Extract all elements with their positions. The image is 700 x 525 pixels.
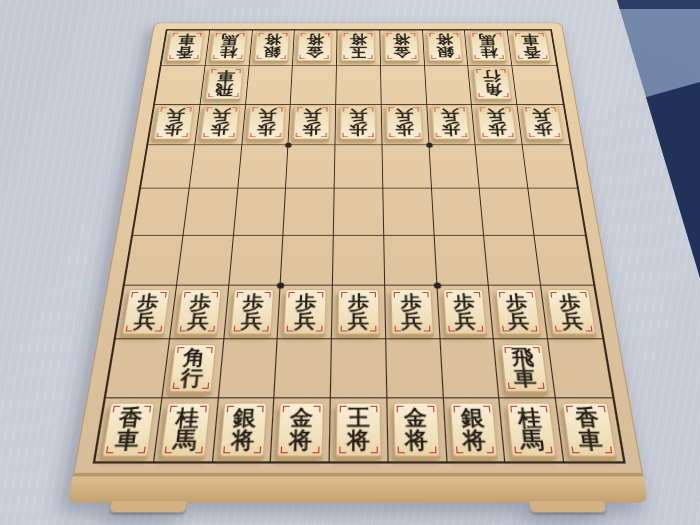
piece-corner-mark (545, 446, 553, 453)
board-face: 香車桂馬銀将金将玉将金将銀将桂馬香車飛車角行歩兵歩兵歩兵歩兵歩兵歩兵歩兵歩兵歩兵… (73, 23, 643, 474)
shogi-piece-sente[interactable]: 歩兵 (338, 289, 380, 334)
piece-corner-mark (472, 33, 478, 37)
piece-corner-mark (235, 69, 241, 73)
piece-kanji: 兵 (532, 108, 553, 122)
piece-corner-mark (316, 326, 323, 332)
piece-kanji: 将 (289, 429, 313, 452)
piece-kanji: 兵 (440, 108, 459, 122)
shogi-piece-gote[interactable]: 歩兵 (477, 105, 516, 139)
board-cell-r9c7[interactable]: 銀将 (444, 398, 506, 461)
piece-kanji: 角 (483, 83, 503, 97)
board-cell-r5c6[interactable] (383, 189, 434, 236)
piece-corner-mark (368, 107, 374, 111)
board-cell-r7c4[interactable]: 歩兵 (278, 286, 333, 340)
piece-kanji: 車 (114, 429, 141, 452)
shogi-piece-gote[interactable]: 銀将 (254, 31, 290, 61)
shogi-piece-gote[interactable]: 桂馬 (470, 31, 507, 61)
piece-corner-mark (498, 292, 505, 298)
shogi-piece-sente[interactable]: 歩兵 (443, 289, 487, 334)
piece-corner-mark (202, 383, 209, 389)
piece-corner-mark (423, 326, 430, 332)
piece-corner-mark (542, 55, 548, 59)
piece-kanji: 兵 (186, 312, 210, 331)
piece-corner-mark (184, 292, 191, 298)
piece-corner-mark (341, 292, 347, 298)
shogi-piece-gote[interactable]: 角行 (473, 67, 511, 99)
piece-corner-mark (514, 446, 522, 453)
piece-corner-mark (143, 406, 151, 412)
shogi-piece-sente[interactable]: 飛車 (500, 344, 548, 393)
board-cell-r9c8[interactable]: 桂馬 (500, 398, 565, 461)
piece-kanji: 将 (435, 33, 453, 46)
piece-corner-mark (341, 326, 348, 332)
piece-corner-mark (414, 133, 420, 137)
board-cell-r7c6[interactable]: 歩兵 (385, 286, 440, 340)
shogi-piece-gote[interactable]: 歩兵 (432, 105, 470, 139)
piece-kanji: 金 (306, 46, 324, 59)
board-cell-r4c8[interactable] (476, 145, 529, 189)
board-cell-r4c5[interactable] (335, 145, 383, 189)
piece-corner-mark (390, 133, 396, 137)
board-cell-r8c7[interactable] (440, 340, 500, 398)
piece-corner-mark (157, 133, 163, 137)
piece-corner-mark (518, 55, 524, 59)
board-cell-r5c2[interactable] (183, 189, 238, 236)
piece-kanji: 歩 (534, 122, 555, 137)
piece-corner-mark (182, 133, 188, 137)
shogi-piece-gote[interactable]: 歩兵 (340, 105, 376, 139)
shogi-piece-gote[interactable]: 飛車 (206, 67, 244, 99)
board-cell-r4c9[interactable] (523, 145, 577, 189)
piece-corner-mark (113, 406, 121, 412)
shogi-piece-sente[interactable]: 香車 (563, 403, 616, 457)
piece-corner-mark (302, 33, 307, 37)
shogi-piece-gote[interactable]: 玉将 (342, 31, 376, 61)
piece-kanji: 兵 (257, 108, 276, 122)
piece-kanji: 歩 (441, 122, 461, 137)
piece-corner-mark (280, 55, 285, 59)
piece-corner-mark (500, 69, 506, 73)
shogi-piece-gote[interactable]: 歩兵 (247, 105, 285, 139)
piece-corner-mark (257, 406, 264, 412)
board-cell-r8c2[interactable]: 角行 (162, 340, 224, 398)
board-cell-r8c4[interactable] (275, 340, 332, 398)
board-cell-r5c1[interactable] (133, 189, 189, 236)
shogi-piece-sente[interactable]: 歩兵 (495, 289, 541, 334)
piece-corner-mark (186, 107, 192, 111)
board-cell-r2c8[interactable]: 角行 (469, 66, 518, 104)
board-cell-r1c6[interactable]: 金将 (380, 30, 425, 66)
piece-corner-mark (474, 292, 481, 298)
piece-corner-mark (204, 133, 210, 137)
piece-corner-mark (170, 55, 176, 59)
piece-corner-mark (475, 55, 481, 59)
piece-corner-mark (159, 292, 166, 298)
board-cell-r2c3[interactable] (246, 66, 293, 104)
board-cell-r8c9[interactable] (548, 340, 612, 398)
piece-corner-mark (526, 292, 533, 298)
board-cell-r1c3[interactable]: 銀将 (249, 30, 295, 66)
board-cell-r9c4[interactable]: 金将 (271, 398, 331, 461)
board-cell-r6c4[interactable] (281, 235, 334, 285)
piece-corner-mark (313, 406, 320, 412)
board-cell-r4c2[interactable] (189, 145, 241, 189)
piece-corner-mark (297, 133, 303, 137)
piece-kanji: 金 (393, 46, 411, 59)
board-cell-r1c7[interactable]: 銀将 (423, 30, 469, 66)
board-cell-r4c4[interactable] (286, 145, 335, 189)
piece-corner-mark (282, 33, 287, 37)
piece-corner-mark (487, 446, 495, 453)
board-cell-r5c8[interactable] (480, 189, 535, 236)
shogi-piece-gote[interactable]: 歩兵 (386, 105, 423, 139)
board-cell-r6c1[interactable] (125, 235, 184, 285)
shogi-piece-gote[interactable]: 香車 (167, 31, 205, 61)
piece-corner-mark (165, 446, 173, 453)
shogi-piece-sente[interactable]: 金将 (278, 403, 324, 457)
piece-kanji: 兵 (507, 312, 531, 331)
piece-kanji: 歩 (349, 122, 368, 137)
piece-corner-mark (231, 107, 237, 111)
board-cell-r2c2[interactable]: 飛車 (200, 66, 249, 104)
board-cell-r7c9[interactable]: 歩兵 (541, 286, 602, 340)
piece-corner-mark (312, 446, 319, 453)
piece-corner-mark (370, 326, 377, 332)
piece-kanji: 将 (307, 33, 325, 46)
piece-kanji: 兵 (348, 312, 370, 331)
piece-corner-mark (322, 107, 328, 111)
board-cell-r1c2[interactable]: 桂馬 (205, 30, 252, 66)
piece-corner-mark (228, 133, 234, 137)
piece-kanji: 香 (523, 46, 542, 59)
piece-kanji: 将 (347, 429, 370, 452)
board-foot-right (530, 501, 607, 512)
piece-corner-mark (566, 406, 574, 412)
piece-corner-mark (301, 55, 306, 59)
piece-corner-mark (233, 93, 239, 97)
shogi-piece-gote[interactable]: 香車 (512, 31, 551, 61)
board-cell-r8c6[interactable] (386, 340, 443, 398)
piece-corner-mark (196, 446, 204, 453)
piece-corner-mark (533, 347, 540, 353)
board-grid: 香車桂馬銀将金将玉将金将銀将桂馬香車飛車角行歩兵歩兵歩兵歩兵歩兵歩兵歩兵歩兵歩兵… (93, 29, 626, 463)
piece-kanji: 車 (177, 33, 196, 46)
piece-corner-mark (515, 33, 521, 37)
piece-kanji: 桂 (517, 407, 542, 429)
board-cell-r6c6[interactable] (384, 235, 437, 285)
piece-kanji: 香 (574, 407, 600, 429)
piece-corner-mark (239, 33, 245, 37)
shogi-piece-gote[interactable]: 金将 (385, 31, 420, 61)
board-cell-r6c8[interactable] (485, 235, 542, 285)
piece-kanji: 歩 (487, 122, 507, 137)
board-cell-r3c3[interactable]: 歩兵 (242, 104, 291, 145)
board-cell-r5c4[interactable] (284, 189, 335, 236)
board-cell-r3c5[interactable]: 歩兵 (336, 104, 383, 145)
piece-corner-mark (106, 446, 114, 453)
piece-corner-mark (264, 292, 271, 298)
piece-corner-mark (395, 326, 402, 332)
piece-corner-mark (461, 133, 467, 137)
piece-kanji: 馬 (172, 429, 198, 452)
piece-corner-mark (504, 107, 510, 111)
piece-kanji: 将 (404, 429, 428, 452)
piece-corner-mark (131, 292, 138, 298)
piece-corner-mark (367, 33, 372, 37)
piece-corner-mark (281, 446, 288, 453)
board-cell-r9c3[interactable]: 銀将 (213, 398, 275, 461)
piece-corner-mark (389, 107, 395, 111)
board-cell-r1c9[interactable]: 香車 (508, 30, 557, 66)
piece-kanji: 兵 (240, 312, 263, 331)
piece-kanji: 玉 (350, 46, 368, 59)
board-cell-r3c9[interactable]: 歩兵 (518, 104, 570, 145)
board-cell-r3c6[interactable]: 歩兵 (382, 104, 430, 145)
piece-corner-mark (212, 69, 218, 73)
piece-corner-mark (344, 33, 349, 37)
piece-kanji: 銀 (262, 46, 280, 59)
shogi-piece-sente[interactable]: 歩兵 (122, 289, 170, 334)
piece-corner-mark (259, 33, 264, 37)
shogi-piece-gote[interactable]: 歩兵 (294, 105, 331, 139)
piece-kanji: 車 (216, 69, 235, 82)
shogi-piece-sente[interactable]: 桂馬 (506, 403, 557, 457)
piece-corner-mark (154, 326, 161, 332)
piece-corner-mark (137, 446, 145, 453)
piece-corner-mark (413, 107, 419, 111)
piece-kanji: 兵 (561, 312, 585, 331)
board-cell-r6c5[interactable] (333, 235, 385, 285)
board-cell-r5c5[interactable] (334, 189, 384, 236)
piece-corner-mark (551, 292, 558, 298)
piece-kanji: 馬 (478, 33, 497, 46)
board-cell-r2c9[interactable] (513, 66, 563, 104)
piece-corner-mark (453, 406, 460, 412)
board-cell-r1c5[interactable]: 玉将 (337, 30, 381, 66)
piece-kanji: 歩 (210, 122, 230, 137)
board-cell-r1c8[interactable]: 桂馬 (465, 30, 512, 66)
piece-corner-mark (525, 107, 531, 111)
shogi-piece-gote[interactable]: 金将 (298, 31, 332, 61)
piece-corner-mark (368, 133, 374, 137)
piece-corner-mark (539, 33, 545, 37)
board-cell-r9c5[interactable]: 王将 (330, 398, 389, 461)
board-cell-r4c3[interactable] (238, 145, 289, 189)
piece-kanji: 歩 (256, 122, 276, 137)
board-cell-r9c6[interactable]: 金将 (387, 398, 447, 461)
piece-corner-mark (173, 33, 179, 37)
piece-corner-mark (207, 107, 213, 111)
piece-corner-mark (446, 292, 453, 298)
shogi-piece-gote[interactable]: 桂馬 (210, 31, 247, 61)
shogi-piece-gote[interactable]: 歩兵 (154, 105, 195, 139)
piece-corner-mark (388, 55, 393, 59)
piece-corner-mark (555, 326, 562, 332)
piece-corner-mark (322, 133, 328, 137)
shogi-piece-sente[interactable]: 銀将 (450, 403, 498, 457)
board-cell-r8c1[interactable] (106, 340, 170, 398)
shogi-piece-sente[interactable]: 銀将 (219, 403, 267, 457)
shogi-piece-sente[interactable]: 香車 (102, 403, 154, 457)
board-cell-r3c4[interactable]: 歩兵 (289, 104, 337, 145)
board-cell-r2c6[interactable] (381, 66, 427, 104)
board-cell-r7c1[interactable]: 歩兵 (116, 286, 177, 340)
piece-kanji: 兵 (454, 312, 477, 331)
piece-corner-mark (431, 55, 436, 59)
piece-kanji: 銀 (232, 407, 257, 429)
piece-corner-mark (453, 33, 458, 37)
piece-corner-mark (196, 33, 202, 37)
piece-corner-mark (340, 406, 347, 412)
shogi-piece-sente[interactable]: 歩兵 (547, 289, 596, 334)
piece-kanji: 兵 (165, 108, 185, 122)
board-cell-r5c7[interactable] (432, 189, 485, 236)
piece-corner-mark (226, 406, 233, 412)
shogi-piece-gote[interactable]: 銀将 (427, 31, 463, 61)
board-cell-r2c7[interactable] (425, 66, 472, 104)
piece-corner-mark (236, 292, 243, 298)
board-cell-r3c2[interactable]: 歩兵 (195, 104, 246, 145)
piece-corner-mark (254, 446, 261, 453)
board-cell-r9c1[interactable]: 香車 (95, 398, 162, 461)
board-cell-r9c2[interactable]: 桂馬 (154, 398, 218, 461)
piece-corner-mark (177, 347, 184, 353)
piece-kanji: 香 (117, 407, 143, 429)
piece-corner-mark (530, 326, 537, 332)
piece-corner-mark (529, 133, 535, 137)
board-cell-r2c5[interactable] (336, 66, 381, 104)
piece-corner-mark (180, 326, 187, 332)
board-cell-r7c5[interactable]: 歩兵 (332, 286, 386, 340)
shogi-piece-sente[interactable]: 角行 (169, 344, 217, 393)
piece-kanji: 桂 (479, 46, 498, 59)
piece-corner-mark (502, 93, 508, 97)
board-cell-r5c9[interactable] (529, 189, 585, 236)
board-cell-r7c2[interactable]: 歩兵 (170, 286, 229, 340)
board-cell-r1c1[interactable]: 香車 (161, 30, 210, 66)
piece-corner-mark (482, 133, 488, 137)
board-cell-r6c3[interactable] (229, 235, 284, 285)
shogi-piece-sente[interactable]: 歩兵 (176, 289, 222, 334)
piece-kanji: 車 (577, 429, 604, 452)
board-cell-r4c1[interactable] (141, 145, 195, 189)
board-cell-r4c7[interactable] (429, 145, 480, 189)
piece-corner-mark (257, 55, 263, 59)
board-cell-r6c7[interactable] (434, 235, 489, 285)
piece-corner-mark (216, 33, 222, 37)
piece-corner-mark (340, 446, 347, 453)
shogi-piece-sente[interactable]: 王将 (336, 403, 381, 457)
piece-corner-mark (277, 107, 283, 111)
shogi-piece-gote[interactable]: 歩兵 (201, 105, 240, 139)
board-cell-r9c9[interactable]: 香車 (556, 398, 623, 461)
piece-corner-mark (580, 292, 587, 298)
piece-corner-mark (427, 406, 434, 412)
board-cell-r7c8[interactable]: 歩兵 (489, 286, 548, 340)
piece-corner-mark (604, 446, 612, 453)
shogi-piece-sente[interactable]: 歩兵 (284, 289, 327, 334)
shogi-board: 香車桂馬銀将金将玉将金将銀将桂馬香車飛車角行歩兵歩兵歩兵歩兵歩兵歩兵歩兵歩兵歩兵… (66, 23, 650, 513)
piece-corner-mark (370, 406, 377, 412)
piece-corner-mark (213, 55, 219, 59)
piece-kanji: 歩 (163, 122, 184, 137)
piece-corner-mark (369, 292, 375, 298)
board-cell-r6c2[interactable] (177, 235, 234, 285)
piece-corner-mark (502, 326, 509, 332)
piece-corner-mark (429, 446, 436, 453)
board-front-rim (68, 474, 648, 503)
piece-kanji: 兵 (294, 312, 316, 331)
board-cell-r3c1[interactable]: 歩兵 (148, 104, 200, 145)
piece-kanji: 兵 (211, 108, 231, 122)
board-cell-r5c3[interactable] (233, 189, 286, 236)
piece-corner-mark (252, 107, 258, 111)
piece-kanji: 車 (513, 368, 538, 389)
piece-kanji: 馬 (220, 33, 239, 46)
piece-corner-mark (289, 292, 296, 298)
board-cell-r6c9[interactable] (535, 235, 594, 285)
piece-corner-mark (172, 383, 179, 389)
board-cell-r7c3[interactable]: 歩兵 (224, 286, 281, 340)
piece-corner-mark (344, 107, 350, 111)
star-point (433, 282, 441, 288)
piece-kanji: 王 (347, 407, 370, 429)
piece-corner-mark (480, 107, 486, 111)
board-cell-r7c7[interactable]: 歩兵 (437, 286, 494, 340)
piece-corner-mark (317, 292, 323, 298)
piece-kanji: 兵 (401, 312, 423, 331)
piece-kanji: 将 (230, 429, 255, 452)
piece-corner-mark (223, 446, 231, 453)
piece-corner-mark (476, 69, 482, 73)
piece-kanji: 兵 (303, 108, 322, 122)
shogi-piece-sente[interactable]: 金将 (393, 403, 439, 457)
piece-kanji: 飛 (214, 83, 234, 97)
board-cell-r4c6[interactable] (382, 145, 431, 189)
board-cell-r8c3[interactable] (218, 340, 277, 398)
piece-corner-mark (250, 133, 256, 137)
piece-corner-mark (262, 326, 269, 332)
board-cell-r8c5[interactable] (331, 340, 387, 398)
piece-corner-mark (504, 347, 511, 353)
board-cell-r3c7[interactable]: 歩兵 (427, 104, 476, 145)
piece-corner-mark (448, 326, 455, 332)
piece-corner-mark (161, 107, 167, 111)
piece-kanji: 香 (175, 46, 194, 59)
piece-corner-mark (430, 33, 435, 37)
shogi-piece-sente[interactable]: 歩兵 (391, 289, 434, 334)
shogi-piece-sente[interactable]: 歩兵 (230, 289, 274, 334)
piece-corner-mark (477, 326, 484, 332)
carpet-tile-dark-top (608, 0, 700, 9)
piece-corner-mark (498, 55, 504, 59)
piece-corner-mark (208, 326, 215, 332)
board-cell-r8c8[interactable]: 飛車 (494, 340, 556, 398)
board-cell-r3c8[interactable]: 歩兵 (472, 104, 523, 145)
piece-corner-mark (298, 107, 304, 111)
shogi-piece-sente[interactable]: 桂馬 (161, 403, 211, 457)
board-cell-r2c4[interactable] (291, 66, 337, 104)
board-cell-r2c1[interactable] (155, 66, 205, 104)
piece-corner-mark (371, 446, 378, 453)
piece-corner-mark (324, 55, 329, 59)
shogi-piece-gote[interactable]: 歩兵 (522, 105, 563, 139)
piece-kanji: 飛 (511, 347, 535, 367)
piece-kanji: 桂 (175, 407, 200, 429)
board-cell-r1c4[interactable]: 金将 (293, 30, 338, 66)
piece-kanji: 将 (393, 33, 411, 46)
piece-corner-mark (206, 347, 213, 353)
